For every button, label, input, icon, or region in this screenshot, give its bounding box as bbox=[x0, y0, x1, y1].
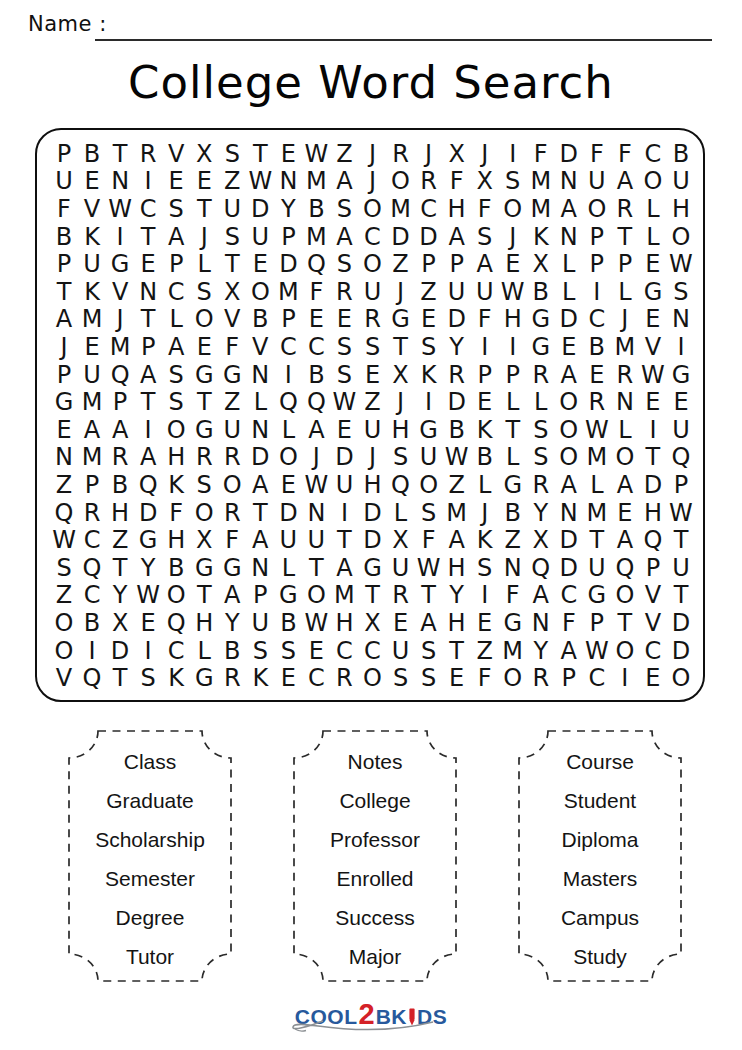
grid-cell[interactable]: R bbox=[611, 195, 639, 223]
grid-cell[interactable]: O bbox=[358, 250, 386, 278]
grid-cell[interactable]: N bbox=[246, 554, 274, 582]
grid-cell[interactable]: C bbox=[162, 278, 190, 306]
grid-cell[interactable]: O bbox=[667, 664, 695, 692]
grid-cell[interactable]: S bbox=[134, 664, 162, 692]
grid-cell[interactable]: Y bbox=[527, 499, 555, 527]
grid-cell[interactable]: P bbox=[78, 471, 106, 499]
grid-cell[interactable]: N bbox=[106, 168, 134, 196]
grid-cell[interactable]: A bbox=[106, 416, 134, 444]
grid-cell[interactable]: E bbox=[190, 168, 218, 196]
grid-cell[interactable]: G bbox=[499, 609, 527, 637]
grid-cell[interactable]: R bbox=[78, 499, 106, 527]
grid-cell[interactable]: S bbox=[330, 333, 358, 361]
grid-cell[interactable]: N bbox=[611, 388, 639, 416]
grid-cell[interactable]: E bbox=[639, 388, 667, 416]
grid-cell[interactable]: N bbox=[555, 499, 583, 527]
grid-cell[interactable]: D bbox=[246, 195, 274, 223]
grid-cell[interactable]: G bbox=[583, 582, 611, 610]
grid-cell[interactable]: K bbox=[471, 526, 499, 554]
grid-cell[interactable]: E bbox=[274, 664, 302, 692]
grid-cell[interactable]: X bbox=[218, 278, 246, 306]
grid-cell[interactable]: Z bbox=[443, 471, 471, 499]
grid-cell[interactable]: B bbox=[443, 416, 471, 444]
grid-cell[interactable]: A bbox=[218, 582, 246, 610]
grid-cell[interactable]: D bbox=[134, 499, 162, 527]
grid-cell[interactable]: G bbox=[218, 554, 246, 582]
grid-cell[interactable]: R bbox=[134, 140, 162, 168]
grid-cell[interactable]: M bbox=[443, 499, 471, 527]
grid-cell[interactable]: T bbox=[583, 526, 611, 554]
grid-cell[interactable]: P bbox=[443, 250, 471, 278]
grid-cell[interactable]: L bbox=[499, 388, 527, 416]
grid-cell[interactable]: O bbox=[611, 582, 639, 610]
grid-cell[interactable]: G bbox=[499, 471, 527, 499]
grid-cell[interactable]: G bbox=[527, 306, 555, 334]
grid-cell[interactable]: Z bbox=[358, 388, 386, 416]
grid-cell[interactable]: A bbox=[330, 223, 358, 251]
grid-cell[interactable]: U bbox=[302, 526, 330, 554]
grid-cell[interactable]: B bbox=[218, 637, 246, 665]
grid-cell[interactable]: E bbox=[78, 168, 106, 196]
grid-cell[interactable]: W bbox=[134, 582, 162, 610]
grid-cell[interactable]: T bbox=[190, 195, 218, 223]
grid-cell[interactable]: M bbox=[302, 223, 330, 251]
grid-cell[interactable]: L bbox=[527, 388, 555, 416]
grid-cell[interactable]: X bbox=[106, 609, 134, 637]
grid-cell[interactable]: P bbox=[134, 333, 162, 361]
grid-cell[interactable]: D bbox=[555, 306, 583, 334]
grid-cell[interactable]: M bbox=[106, 333, 134, 361]
grid-cell[interactable]: A bbox=[134, 444, 162, 472]
grid-cell[interactable]: Y bbox=[527, 637, 555, 665]
grid-cell[interactable]: H bbox=[499, 306, 527, 334]
grid-cell[interactable]: B bbox=[499, 499, 527, 527]
grid-cell[interactable]: P bbox=[50, 361, 78, 389]
grid-cell[interactable]: L bbox=[387, 499, 415, 527]
grid-cell[interactable]: N bbox=[555, 168, 583, 196]
grid-cell[interactable]: I bbox=[330, 499, 358, 527]
grid-cell[interactable]: E bbox=[302, 637, 330, 665]
grid-cell[interactable]: A bbox=[555, 471, 583, 499]
grid-cell[interactable]: X bbox=[527, 526, 555, 554]
grid-cell[interactable]: H bbox=[387, 416, 415, 444]
grid-cell[interactable]: H bbox=[443, 195, 471, 223]
grid-cell[interactable]: S bbox=[218, 223, 246, 251]
grid-cell[interactable]: D bbox=[358, 499, 386, 527]
grid-cell[interactable]: N bbox=[499, 554, 527, 582]
grid-cell[interactable]: I bbox=[471, 333, 499, 361]
grid-cell[interactable]: Q bbox=[527, 554, 555, 582]
grid-cell[interactable]: K bbox=[78, 278, 106, 306]
grid-cell[interactable]: U bbox=[387, 637, 415, 665]
grid-cell[interactable]: A bbox=[527, 582, 555, 610]
grid-cell[interactable]: H bbox=[667, 195, 695, 223]
grid-cell[interactable]: F bbox=[583, 140, 611, 168]
grid-cell[interactable]: W bbox=[106, 195, 134, 223]
grid-cell[interactable]: I bbox=[499, 140, 527, 168]
grid-cell[interactable]: E bbox=[611, 499, 639, 527]
grid-cell[interactable]: H bbox=[358, 471, 386, 499]
grid-cell[interactable]: M bbox=[274, 278, 302, 306]
grid-cell[interactable]: F bbox=[471, 664, 499, 692]
grid-cell[interactable]: G bbox=[387, 306, 415, 334]
grid-cell[interactable]: U bbox=[358, 416, 386, 444]
grid-cell[interactable]: P bbox=[162, 250, 190, 278]
grid-cell[interactable]: C bbox=[583, 664, 611, 692]
grid-cell[interactable]: C bbox=[302, 333, 330, 361]
grid-cell[interactable]: E bbox=[274, 471, 302, 499]
grid-cell[interactable]: T bbox=[246, 499, 274, 527]
grid-cell[interactable]: A bbox=[246, 526, 274, 554]
grid-cell[interactable]: C bbox=[78, 582, 106, 610]
grid-cell[interactable]: N bbox=[667, 306, 695, 334]
grid-cell[interactable]: I bbox=[583, 278, 611, 306]
grid-cell[interactable]: L bbox=[499, 444, 527, 472]
grid-cell[interactable]: O bbox=[302, 582, 330, 610]
grid-cell[interactable]: H bbox=[190, 609, 218, 637]
grid-cell[interactable]: R bbox=[583, 388, 611, 416]
grid-cell[interactable]: S bbox=[190, 278, 218, 306]
grid-cell[interactable]: R bbox=[415, 168, 443, 196]
grid-cell[interactable]: W bbox=[639, 361, 667, 389]
grid-cell[interactable]: T bbox=[106, 140, 134, 168]
grid-cell[interactable]: L bbox=[274, 554, 302, 582]
grid-cell[interactable]: L bbox=[246, 388, 274, 416]
grid-cell[interactable]: C bbox=[162, 637, 190, 665]
grid-cell[interactable]: O bbox=[667, 223, 695, 251]
grid-cell[interactable]: O bbox=[555, 388, 583, 416]
grid-cell[interactable]: M bbox=[330, 582, 358, 610]
grid-cell[interactable]: F bbox=[611, 140, 639, 168]
grid-cell[interactable]: S bbox=[274, 637, 302, 665]
grid-cell[interactable]: K bbox=[78, 223, 106, 251]
grid-cell[interactable]: G bbox=[190, 664, 218, 692]
grid-cell[interactable]: U bbox=[330, 471, 358, 499]
grid-cell[interactable]: V bbox=[639, 333, 667, 361]
grid-cell[interactable]: M bbox=[78, 306, 106, 334]
grid-cell[interactable]: O bbox=[50, 637, 78, 665]
grid-cell[interactable]: P bbox=[246, 582, 274, 610]
grid-cell[interactable]: A bbox=[443, 223, 471, 251]
grid-cell[interactable]: Q bbox=[667, 444, 695, 472]
grid-cell[interactable]: T bbox=[667, 526, 695, 554]
grid-cell[interactable]: A bbox=[330, 554, 358, 582]
grid-cell[interactable]: L bbox=[190, 250, 218, 278]
grid-cell[interactable]: V bbox=[246, 333, 274, 361]
grid-cell[interactable]: A bbox=[611, 471, 639, 499]
grid-cell[interactable]: Z bbox=[330, 140, 358, 168]
grid-cell[interactable]: T bbox=[246, 140, 274, 168]
grid-cell[interactable]: I bbox=[415, 388, 443, 416]
grid-cell[interactable]: S bbox=[162, 388, 190, 416]
grid-cell[interactable]: E bbox=[499, 250, 527, 278]
grid-cell[interactable]: P bbox=[583, 250, 611, 278]
grid-cell[interactable]: D bbox=[106, 637, 134, 665]
grid-cell[interactable]: C bbox=[78, 526, 106, 554]
grid-cell[interactable]: E bbox=[78, 333, 106, 361]
grid-cell[interactable]: X bbox=[471, 168, 499, 196]
grid-cell[interactable]: T bbox=[387, 333, 415, 361]
grid-cell[interactable]: O bbox=[246, 278, 274, 306]
grid-cell[interactable]: O bbox=[499, 664, 527, 692]
grid-cell[interactable]: T bbox=[639, 444, 667, 472]
grid-cell[interactable]: B bbox=[583, 333, 611, 361]
grid-cell[interactable]: M bbox=[527, 195, 555, 223]
grid-cell[interactable]: S bbox=[415, 499, 443, 527]
grid-cell[interactable]: R bbox=[106, 444, 134, 472]
grid-cell[interactable]: D bbox=[274, 499, 302, 527]
grid-cell[interactable]: R bbox=[218, 664, 246, 692]
grid-cell[interactable]: N bbox=[527, 609, 555, 637]
grid-cell[interactable]: L bbox=[471, 471, 499, 499]
grid-cell[interactable]: E bbox=[162, 168, 190, 196]
grid-cell[interactable]: Q bbox=[639, 526, 667, 554]
grid-cell[interactable]: U bbox=[667, 168, 695, 196]
grid-cell[interactable]: J bbox=[387, 278, 415, 306]
grid-cell[interactable]: S bbox=[667, 278, 695, 306]
grid-cell[interactable]: Y bbox=[134, 554, 162, 582]
grid-cell[interactable]: X bbox=[387, 526, 415, 554]
grid-cell[interactable]: O bbox=[555, 416, 583, 444]
grid-cell[interactable]: K bbox=[246, 664, 274, 692]
grid-cell[interactable]: P bbox=[583, 223, 611, 251]
grid-cell[interactable]: I bbox=[134, 416, 162, 444]
grid-cell[interactable]: N bbox=[246, 416, 274, 444]
grid-cell[interactable]: U bbox=[583, 554, 611, 582]
grid-cell[interactable]: S bbox=[527, 444, 555, 472]
grid-cell[interactable]: R bbox=[387, 140, 415, 168]
grid-cell[interactable]: E bbox=[330, 306, 358, 334]
grid-cell[interactable]: Z bbox=[387, 250, 415, 278]
grid-cell[interactable]: B bbox=[667, 140, 695, 168]
grid-cell[interactable]: Q bbox=[78, 664, 106, 692]
grid-cell[interactable]: L bbox=[190, 637, 218, 665]
grid-cell[interactable]: E bbox=[555, 333, 583, 361]
grid-cell[interactable]: Q bbox=[162, 609, 190, 637]
grid-cell[interactable]: O bbox=[611, 444, 639, 472]
grid-cell[interactable]: J bbox=[471, 140, 499, 168]
grid-cell[interactable]: O bbox=[162, 416, 190, 444]
grid-cell[interactable]: E bbox=[639, 306, 667, 334]
grid-cell[interactable]: S bbox=[218, 140, 246, 168]
grid-cell[interactable]: C bbox=[583, 306, 611, 334]
grid-cell[interactable]: F bbox=[218, 526, 246, 554]
grid-cell[interactable]: N bbox=[50, 444, 78, 472]
grid-cell[interactable]: B bbox=[471, 444, 499, 472]
grid-cell[interactable]: G bbox=[190, 361, 218, 389]
grid-cell[interactable]: B bbox=[78, 609, 106, 637]
grid-cell[interactable]: U bbox=[667, 416, 695, 444]
grid-cell[interactable]: D bbox=[667, 609, 695, 637]
grid-cell[interactable]: R bbox=[218, 499, 246, 527]
grid-cell[interactable]: F bbox=[527, 140, 555, 168]
grid-cell[interactable]: J bbox=[190, 223, 218, 251]
grid-cell[interactable]: D bbox=[274, 250, 302, 278]
grid-cell[interactable]: U bbox=[415, 444, 443, 472]
grid-cell[interactable]: U bbox=[583, 168, 611, 196]
name-input-line[interactable] bbox=[95, 39, 712, 41]
grid-cell[interactable]: L bbox=[583, 471, 611, 499]
grid-cell[interactable]: D bbox=[443, 306, 471, 334]
grid-cell[interactable]: F bbox=[471, 195, 499, 223]
grid-cell[interactable]: Y bbox=[443, 582, 471, 610]
grid-cell[interactable]: Z bbox=[218, 168, 246, 196]
grid-cell[interactable]: S bbox=[330, 361, 358, 389]
grid-cell[interactable]: P bbox=[639, 554, 667, 582]
grid-cell[interactable]: O bbox=[555, 444, 583, 472]
grid-cell[interactable]: O bbox=[274, 444, 302, 472]
grid-cell[interactable]: E bbox=[583, 361, 611, 389]
grid-cell[interactable]: U bbox=[387, 554, 415, 582]
grid-cell[interactable]: P bbox=[471, 361, 499, 389]
grid-cell[interactable]: I bbox=[499, 333, 527, 361]
grid-cell[interactable]: Q bbox=[302, 250, 330, 278]
grid-cell[interactable]: D bbox=[358, 526, 386, 554]
grid-cell[interactable]: G bbox=[639, 278, 667, 306]
grid-cell[interactable]: G bbox=[134, 526, 162, 554]
grid-cell[interactable]: L bbox=[639, 195, 667, 223]
grid-cell[interactable]: C bbox=[358, 637, 386, 665]
grid-cell[interactable]: K bbox=[471, 416, 499, 444]
grid-cell[interactable]: J bbox=[471, 499, 499, 527]
grid-cell[interactable]: S bbox=[190, 471, 218, 499]
grid-cell[interactable]: B bbox=[246, 306, 274, 334]
grid-cell[interactable]: T bbox=[106, 554, 134, 582]
grid-cell[interactable]: Q bbox=[134, 471, 162, 499]
grid-cell[interactable]: R bbox=[218, 444, 246, 472]
grid-cell[interactable]: H bbox=[443, 554, 471, 582]
grid-cell[interactable]: C bbox=[274, 333, 302, 361]
grid-cell[interactable]: U bbox=[443, 278, 471, 306]
grid-cell[interactable]: B bbox=[274, 609, 302, 637]
grid-cell[interactable]: A bbox=[162, 223, 190, 251]
grid-cell[interactable]: I bbox=[106, 223, 134, 251]
grid-cell[interactable]: A bbox=[611, 526, 639, 554]
grid-cell[interactable]: J bbox=[611, 306, 639, 334]
grid-cell[interactable]: G bbox=[415, 416, 443, 444]
grid-cell[interactable]: A bbox=[555, 195, 583, 223]
grid-cell[interactable]: C bbox=[555, 582, 583, 610]
grid-cell[interactable]: P bbox=[50, 140, 78, 168]
grid-cell[interactable]: O bbox=[499, 195, 527, 223]
grid-cell[interactable]: B bbox=[162, 554, 190, 582]
grid-cell[interactable]: E bbox=[443, 664, 471, 692]
grid-cell[interactable]: R bbox=[387, 582, 415, 610]
grid-cell[interactable]: T bbox=[499, 416, 527, 444]
grid-cell[interactable]: R bbox=[443, 361, 471, 389]
grid-cell[interactable]: A bbox=[134, 361, 162, 389]
grid-cell[interactable]: T bbox=[667, 582, 695, 610]
grid-cell[interactable]: U bbox=[358, 278, 386, 306]
grid-cell[interactable]: T bbox=[611, 223, 639, 251]
grid-cell[interactable]: G bbox=[274, 582, 302, 610]
grid-cell[interactable]: Z bbox=[106, 526, 134, 554]
grid-cell[interactable]: X bbox=[190, 526, 218, 554]
grid-cell[interactable]: T bbox=[190, 582, 218, 610]
grid-cell[interactable]: R bbox=[611, 361, 639, 389]
grid-cell[interactable]: Z bbox=[218, 388, 246, 416]
grid-cell[interactable]: E bbox=[134, 609, 162, 637]
grid-cell[interactable]: W bbox=[667, 499, 695, 527]
grid-cell[interactable]: J bbox=[499, 223, 527, 251]
grid-cell[interactable]: M bbox=[302, 168, 330, 196]
grid-cell[interactable]: O bbox=[387, 168, 415, 196]
grid-cell[interactable]: V bbox=[50, 664, 78, 692]
grid-cell[interactable]: G bbox=[50, 388, 78, 416]
grid-cell[interactable]: E bbox=[330, 416, 358, 444]
grid-cell[interactable]: C bbox=[134, 195, 162, 223]
grid-cell[interactable]: V bbox=[639, 609, 667, 637]
grid-cell[interactable]: A bbox=[555, 361, 583, 389]
grid-cell[interactable]: X bbox=[358, 609, 386, 637]
grid-cell[interactable]: T bbox=[134, 223, 162, 251]
grid-cell[interactable]: F bbox=[218, 333, 246, 361]
grid-cell[interactable]: B bbox=[527, 278, 555, 306]
grid-cell[interactable]: J bbox=[387, 388, 415, 416]
grid-cell[interactable]: C bbox=[639, 637, 667, 665]
grid-cell[interactable]: U bbox=[274, 526, 302, 554]
grid-cell[interactable]: A bbox=[302, 416, 330, 444]
grid-cell[interactable]: H bbox=[330, 609, 358, 637]
grid-cell[interactable]: D bbox=[415, 223, 443, 251]
grid-cell[interactable]: S bbox=[50, 554, 78, 582]
grid-cell[interactable]: S bbox=[499, 168, 527, 196]
grid-cell[interactable]: O bbox=[190, 306, 218, 334]
grid-cell[interactable]: P bbox=[274, 306, 302, 334]
grid-cell[interactable]: Q bbox=[387, 471, 415, 499]
grid-cell[interactable]: U bbox=[78, 250, 106, 278]
grid-cell[interactable]: T bbox=[611, 609, 639, 637]
grid-cell[interactable]: G bbox=[106, 250, 134, 278]
grid-cell[interactable]: J bbox=[358, 168, 386, 196]
grid-cell[interactable]: W bbox=[246, 168, 274, 196]
grid-cell[interactable]: S bbox=[387, 444, 415, 472]
grid-cell[interactable]: S bbox=[471, 554, 499, 582]
grid-cell[interactable]: O bbox=[50, 609, 78, 637]
grid-cell[interactable]: A bbox=[555, 637, 583, 665]
grid-cell[interactable]: F bbox=[555, 609, 583, 637]
grid-cell[interactable]: F bbox=[50, 195, 78, 223]
grid-cell[interactable]: L bbox=[611, 416, 639, 444]
grid-cell[interactable]: M bbox=[78, 388, 106, 416]
grid-cell[interactable]: S bbox=[415, 664, 443, 692]
grid-cell[interactable]: G bbox=[667, 361, 695, 389]
grid-cell[interactable]: R bbox=[358, 306, 386, 334]
grid-cell[interactable]: X bbox=[387, 361, 415, 389]
grid-cell[interactable]: L bbox=[274, 416, 302, 444]
grid-cell[interactable]: C bbox=[302, 664, 330, 692]
grid-cell[interactable]: Q bbox=[78, 554, 106, 582]
grid-cell[interactable]: J bbox=[50, 333, 78, 361]
grid-cell[interactable]: N bbox=[302, 499, 330, 527]
grid-cell[interactable]: A bbox=[246, 471, 274, 499]
grid-cell[interactable]: X bbox=[527, 250, 555, 278]
grid-cell[interactable]: F bbox=[302, 278, 330, 306]
grid-cell[interactable]: J bbox=[358, 140, 386, 168]
grid-cell[interactable]: T bbox=[134, 388, 162, 416]
grid-cell[interactable]: T bbox=[50, 278, 78, 306]
grid-cell[interactable]: I bbox=[274, 361, 302, 389]
grid-cell[interactable]: C bbox=[330, 637, 358, 665]
grid-cell[interactable]: D bbox=[555, 526, 583, 554]
grid-cell[interactable]: W bbox=[443, 444, 471, 472]
grid-cell[interactable]: F bbox=[471, 306, 499, 334]
grid-cell[interactable]: A bbox=[330, 168, 358, 196]
grid-cell[interactable]: L bbox=[162, 306, 190, 334]
grid-cell[interactable]: T bbox=[415, 582, 443, 610]
grid-cell[interactable]: M bbox=[583, 499, 611, 527]
grid-cell[interactable]: Y bbox=[218, 609, 246, 637]
